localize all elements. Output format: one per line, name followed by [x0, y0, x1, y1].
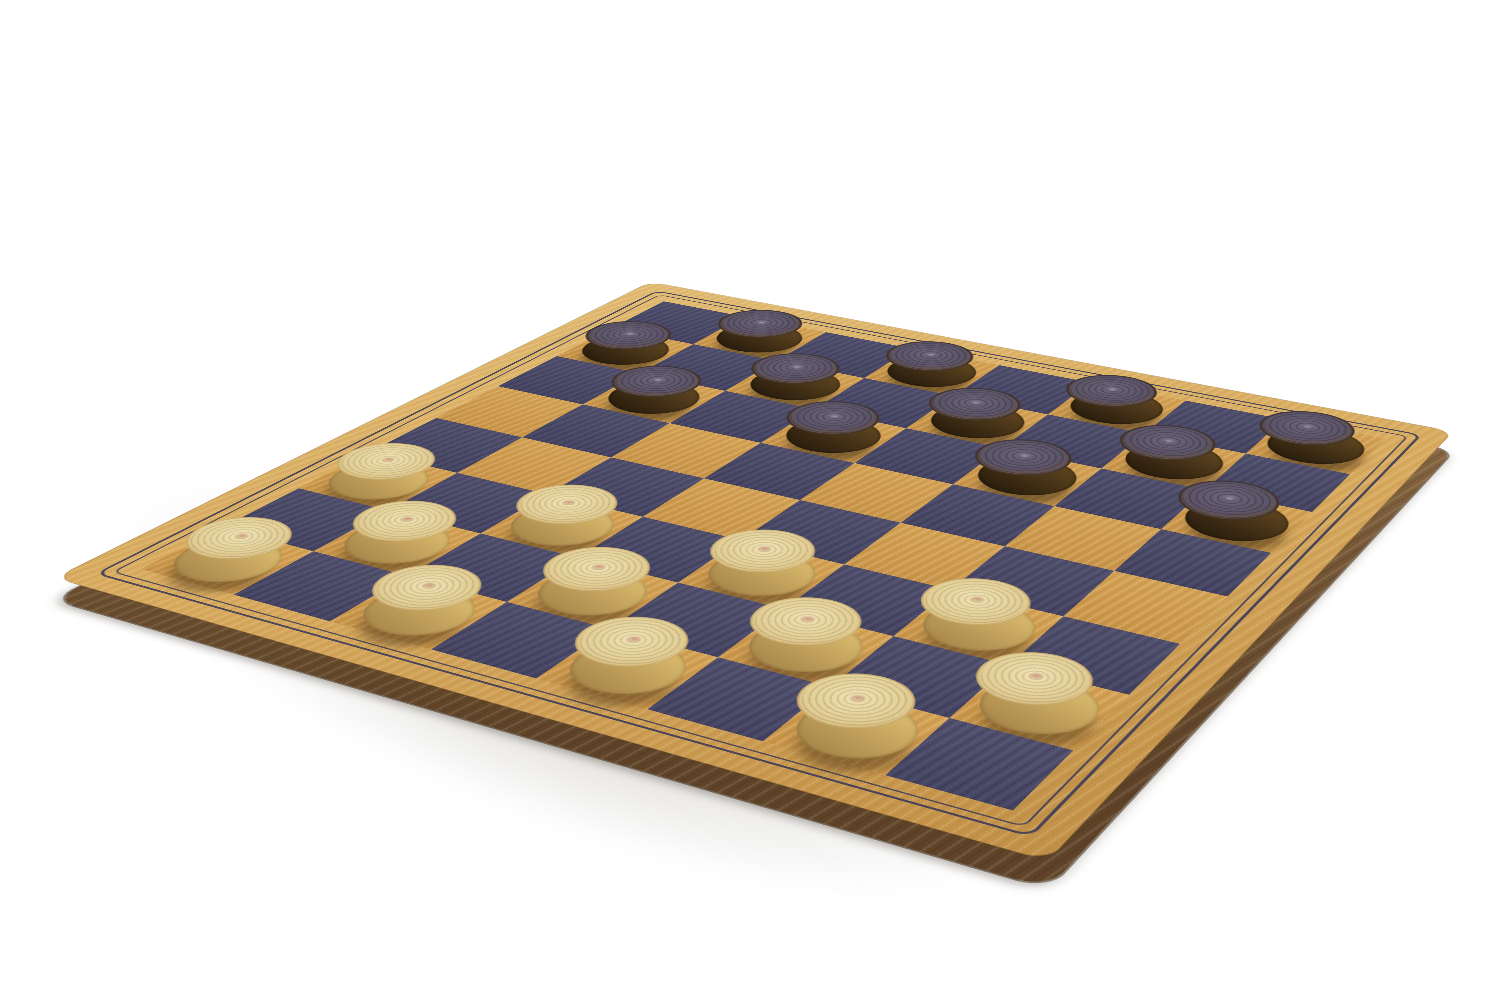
square-g2[interactable] [831, 636, 1009, 717]
square-f2[interactable] [718, 609, 894, 687]
square-h3[interactable] [1008, 616, 1180, 695]
light-piece-g3[interactable] [904, 594, 1053, 660]
piece-top-face [333, 494, 477, 549]
square-c2[interactable] [408, 533, 577, 601]
piece-top-face [730, 589, 881, 655]
piece-top-face [690, 522, 833, 580]
piece-top-face [523, 539, 671, 599]
checkers-board [54, 282, 1453, 862]
piece-top-face [164, 510, 313, 567]
square-h1[interactable] [885, 718, 1074, 811]
square-e2[interactable] [610, 583, 783, 657]
square-a1[interactable] [141, 527, 313, 594]
light-piece-b2[interactable] [324, 514, 471, 571]
light-piece-c3[interactable] [490, 498, 633, 554]
piece-top-face [957, 643, 1112, 715]
light-piece-e3[interactable] [688, 544, 834, 605]
square-h2[interactable] [949, 665, 1129, 750]
light-piece-a1[interactable] [152, 531, 304, 590]
square-b1[interactable] [233, 551, 408, 621]
piece-top-face [775, 664, 935, 738]
square-f3[interactable] [783, 564, 951, 636]
light-piece-c1[interactable] [341, 580, 497, 645]
square-e1[interactable] [536, 629, 718, 709]
square-c1[interactable] [330, 576, 507, 649]
square-d1[interactable] [431, 602, 610, 679]
light-piece-g1[interactable] [774, 692, 938, 770]
light-piece-e1[interactable] [547, 633, 707, 704]
piece-top-face [902, 570, 1048, 634]
square-g5[interactable] [1005, 506, 1161, 571]
square-h5[interactable] [1114, 529, 1272, 597]
light-piece-f2[interactable] [729, 613, 883, 681]
photo-scene [290, 0, 1310, 1000]
square-g4[interactable] [951, 546, 1114, 616]
square-e4[interactable] [741, 500, 900, 564]
square-f4[interactable] [844, 523, 1005, 590]
piece-top-face [553, 608, 709, 676]
piece-top-face [350, 557, 502, 619]
square-g3[interactable] [893, 589, 1063, 664]
square-d2[interactable] [507, 557, 678, 628]
square-b2[interactable] [313, 510, 480, 575]
light-piece-h2[interactable] [960, 670, 1118, 745]
light-piece-d2[interactable] [517, 562, 668, 625]
square-g1[interactable] [763, 687, 949, 775]
square-d3[interactable] [577, 516, 741, 582]
board-surface [54, 282, 1453, 862]
board-grid [141, 301, 1386, 810]
square-e3[interactable] [678, 540, 844, 609]
square-h4[interactable] [1063, 571, 1227, 644]
square-c3[interactable] [481, 494, 643, 557]
square-f1[interactable] [647, 657, 831, 741]
dark-piece-h6[interactable] [1170, 493, 1303, 548]
